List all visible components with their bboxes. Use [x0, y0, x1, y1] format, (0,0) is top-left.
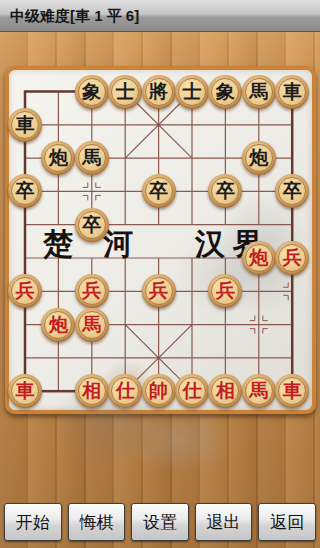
title-text: 中级难度[車 1 平 6] — [10, 7, 139, 24]
piece-red-horse[interactable]: 馬 — [75, 308, 109, 342]
piece-red-advisor[interactable]: 仕 — [175, 374, 209, 408]
piece-glyph: 兵 — [211, 277, 239, 305]
piece-glyph: 卒 — [11, 177, 39, 205]
piece-glyph: 兵 — [78, 277, 106, 305]
piece-glyph: 馬 — [78, 144, 106, 172]
piece-red-soldier[interactable]: 兵 — [275, 241, 309, 275]
piece-glyph: 士 — [178, 78, 206, 106]
piece-glyph: 仕 — [178, 377, 206, 405]
piece-red-horse[interactable]: 馬 — [242, 374, 276, 408]
piece-black-advisor[interactable]: 士 — [175, 75, 209, 109]
piece-black-advisor[interactable]: 士 — [108, 75, 142, 109]
piece-glyph: 象 — [211, 78, 239, 106]
piece-red-elephant[interactable]: 相 — [75, 374, 109, 408]
piece-black-chariot[interactable]: 車 — [275, 75, 309, 109]
piece-glyph: 卒 — [78, 211, 106, 239]
app-screen: 中级难度[車 1 平 6] 楚河 汉界 象士將士象馬車車炮馬炮卒卒卒卒卒炮兵兵兵… — [0, 0, 320, 548]
piece-glyph: 將 — [145, 78, 173, 106]
piece-red-soldier[interactable]: 兵 — [75, 274, 109, 308]
piece-red-chariot[interactable]: 車 — [8, 374, 42, 408]
piece-glyph: 馬 — [245, 377, 273, 405]
piece-black-elephant[interactable]: 象 — [75, 75, 109, 109]
piece-glyph: 馬 — [78, 311, 106, 339]
piece-glyph: 相 — [211, 377, 239, 405]
settings-button[interactable]: 设置 — [131, 503, 189, 541]
piece-black-horse[interactable]: 馬 — [242, 75, 276, 109]
board-panel — [5, 66, 316, 414]
piece-glyph: 炮 — [245, 244, 273, 272]
piece-glyph: 象 — [78, 78, 106, 106]
piece-black-general[interactable]: 將 — [142, 75, 176, 109]
piece-glyph: 炮 — [44, 144, 72, 172]
title-bar: 中级难度[車 1 平 6] — [0, 0, 320, 32]
inkwash-bottom-left — [27, 355, 192, 485]
piece-black-horse[interactable]: 馬 — [75, 141, 109, 175]
piece-black-elephant[interactable]: 象 — [208, 75, 242, 109]
piece-black-chariot[interactable]: 車 — [8, 108, 42, 142]
exit-button[interactable]: 退出 — [195, 503, 253, 541]
piece-glyph: 車 — [11, 377, 39, 405]
piece-black-soldier[interactable]: 卒 — [142, 174, 176, 208]
piece-glyph: 車 — [11, 111, 39, 139]
piece-glyph: 卒 — [278, 177, 306, 205]
piece-glyph: 兵 — [278, 244, 306, 272]
piece-glyph: 卒 — [145, 177, 173, 205]
piece-glyph: 帥 — [145, 377, 173, 405]
undo-button[interactable]: 悔棋 — [68, 503, 126, 541]
piece-glyph: 炮 — [44, 311, 72, 339]
piece-glyph: 車 — [278, 377, 306, 405]
piece-red-cannon[interactable]: 炮 — [41, 308, 75, 342]
piece-glyph: 兵 — [11, 277, 39, 305]
piece-glyph: 相 — [78, 377, 106, 405]
piece-glyph: 卒 — [211, 177, 239, 205]
piece-black-soldier[interactable]: 卒 — [75, 208, 109, 242]
inkwash-bottom-center — [104, 395, 254, 485]
piece-red-general[interactable]: 帥 — [142, 374, 176, 408]
piece-glyph: 士 — [111, 78, 139, 106]
start-button[interactable]: 开始 — [4, 503, 62, 541]
piece-glyph: 仕 — [111, 377, 139, 405]
piece-glyph: 車 — [278, 78, 306, 106]
back-button[interactable]: 返回 — [258, 503, 316, 541]
piece-glyph: 炮 — [245, 144, 273, 172]
piece-red-soldier[interactable]: 兵 — [142, 274, 176, 308]
piece-red-cannon[interactable]: 炮 — [242, 241, 276, 275]
piece-glyph: 兵 — [145, 277, 173, 305]
toolbar: 开始 悔棋 设置 退出 返回 — [0, 503, 320, 541]
piece-glyph: 馬 — [245, 78, 273, 106]
piece-black-cannon[interactable]: 炮 — [242, 141, 276, 175]
